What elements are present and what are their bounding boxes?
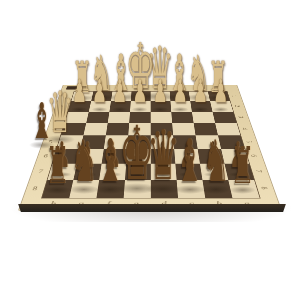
- light-p-glyph: ♟: [213, 77, 228, 108]
- chess-set-photo: hgfedcba1122334455667788 ♜♞♝♛♚♝♞♜♟♟♟♟♟♟♟…: [0, 0, 300, 300]
- light-p-glyph: ♟: [112, 77, 127, 108]
- dark-b-glyph: ♝: [176, 132, 204, 191]
- square-b3[interactable]: [192, 112, 215, 123]
- light-p-glyph: ♟: [153, 77, 168, 108]
- dark-n-glyph: ♞: [202, 134, 229, 192]
- light-p-glyph: ♟: [193, 77, 208, 108]
- rank-label-right-3: 3: [230, 113, 254, 121]
- dark-b-glyph: ♝: [96, 132, 124, 191]
- light-p-glyph: ♟: [72, 77, 87, 108]
- square-g3[interactable]: [86, 112, 109, 123]
- dark-r-glyph: ♜: [231, 141, 255, 192]
- light-p-glyph: ♟: [173, 77, 188, 108]
- dark-r-glyph: ♜: [46, 141, 70, 192]
- light-p-glyph: ♟: [92, 77, 107, 108]
- board-edge-thickness: [14, 204, 290, 212]
- dark-k-glyph: ♚: [119, 117, 154, 192]
- rank-label-right-2: 2: [227, 103, 250, 110]
- rank-label-right-4: 4: [233, 125, 258, 133]
- dark-n-glyph: ♞: [70, 134, 97, 192]
- light-p-glyph: ♟: [132, 77, 147, 108]
